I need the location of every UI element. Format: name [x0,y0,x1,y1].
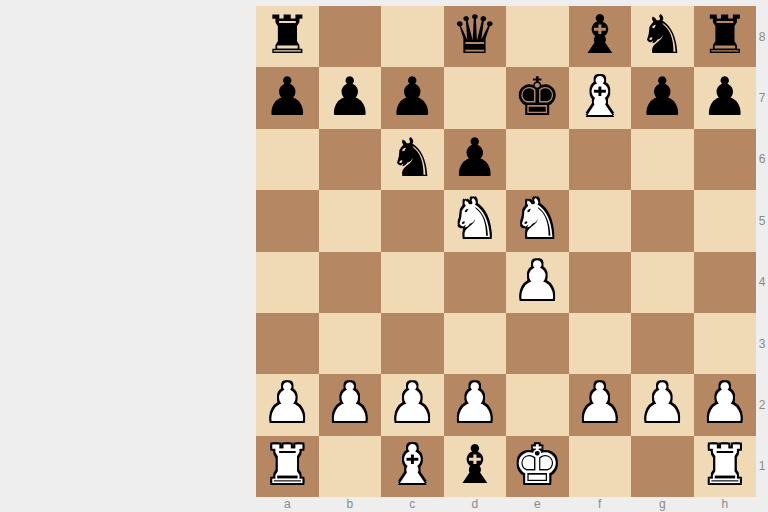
white-bishop[interactable]: ♝ [576,70,624,123]
square-f8[interactable]: ♝ [569,6,632,67]
rank-label-7: 7 [756,67,768,128]
square-f4[interactable] [569,252,632,313]
black-knight[interactable]: ♞ [388,131,436,184]
white-pawn[interactable]: ♟ [576,376,624,429]
square-h8[interactable]: ♜ [694,6,757,67]
square-g1[interactable] [631,436,694,497]
white-bishop[interactable]: ♝ [388,438,436,491]
white-pawn[interactable]: ♟ [513,254,561,307]
square-g6[interactable] [631,129,694,190]
square-c4[interactable] [381,252,444,313]
black-pawn[interactable]: ♟ [638,70,686,123]
rank-label-8: 8 [756,6,768,67]
black-pawn[interactable]: ♟ [263,70,311,123]
page-background: ♜♛♝♞♜♟♟♟♚♝♟♟♞♟♞♞♟♟♟♟♟♟♟♟♜♝♝♚♜ abcdefgh 8… [0,0,768,512]
rank-label-4: 4 [756,252,768,313]
square-f3[interactable] [569,313,632,374]
square-g8[interactable]: ♞ [631,6,694,67]
chess-board: ♜♛♝♞♜♟♟♟♚♝♟♟♞♟♞♞♟♟♟♟♟♟♟♟♜♝♝♚♜ [256,6,756,497]
square-h4[interactable] [694,252,757,313]
rank-label-5: 5 [756,190,768,251]
file-label-f: f [569,497,632,512]
square-d8[interactable]: ♛ [444,6,507,67]
square-f2[interactable]: ♟ [569,374,632,435]
square-h1[interactable]: ♜ [694,436,757,497]
square-b3[interactable] [319,313,382,374]
square-b5[interactable] [319,190,382,251]
square-c2[interactable]: ♟ [381,374,444,435]
square-a5[interactable] [256,190,319,251]
file-label-c: c [381,497,444,512]
black-pawn[interactable]: ♟ [701,70,749,123]
square-a6[interactable] [256,129,319,190]
square-f1[interactable] [569,436,632,497]
black-knight[interactable]: ♞ [638,8,686,61]
file-label-b: b [319,497,382,512]
square-h3[interactable] [694,313,757,374]
square-e3[interactable] [506,313,569,374]
white-rook[interactable]: ♜ [701,438,749,491]
white-pawn[interactable]: ♟ [451,376,499,429]
square-a8[interactable]: ♜ [256,6,319,67]
square-h5[interactable] [694,190,757,251]
rank-label-3: 3 [756,313,768,374]
square-d1[interactable]: ♝ [444,436,507,497]
square-b2[interactable]: ♟ [319,374,382,435]
square-d7[interactable] [444,67,507,128]
file-label-g: g [631,497,694,512]
black-rook[interactable]: ♜ [701,8,749,61]
square-g3[interactable] [631,313,694,374]
square-d4[interactable] [444,252,507,313]
square-c7[interactable]: ♟ [381,67,444,128]
rank-label-1: 1 [756,436,768,497]
file-label-d: d [444,497,507,512]
square-f5[interactable] [569,190,632,251]
square-b7[interactable]: ♟ [319,67,382,128]
square-e1[interactable]: ♚ [506,436,569,497]
square-g4[interactable] [631,252,694,313]
square-b6[interactable] [319,129,382,190]
square-c3[interactable] [381,313,444,374]
square-g2[interactable]: ♟ [631,374,694,435]
square-h6[interactable] [694,129,757,190]
square-b4[interactable] [319,252,382,313]
square-g7[interactable]: ♟ [631,67,694,128]
black-bishop[interactable]: ♝ [576,8,624,61]
square-e7[interactable]: ♚ [506,67,569,128]
square-c1[interactable]: ♝ [381,436,444,497]
square-d3[interactable] [444,313,507,374]
square-a3[interactable] [256,313,319,374]
white-knight[interactable]: ♞ [451,192,499,245]
square-e6[interactable] [506,129,569,190]
file-label-a: a [256,497,319,512]
square-b8[interactable] [319,6,382,67]
black-queen[interactable]: ♛ [451,8,499,61]
square-a1[interactable]: ♜ [256,436,319,497]
square-a7[interactable]: ♟ [256,67,319,128]
square-d6[interactable]: ♟ [444,129,507,190]
square-e4[interactable]: ♟ [506,252,569,313]
white-pawn[interactable]: ♟ [388,376,436,429]
rank-label-2: 2 [756,374,768,435]
file-labels: abcdefgh [256,497,756,512]
black-pawn[interactable]: ♟ [326,70,374,123]
rank-label-6: 6 [756,129,768,190]
white-pawn[interactable]: ♟ [263,376,311,429]
square-d5[interactable]: ♞ [444,190,507,251]
square-e5[interactable]: ♞ [506,190,569,251]
square-a4[interactable] [256,252,319,313]
square-c8[interactable] [381,6,444,67]
black-pawn[interactable]: ♟ [388,70,436,123]
black-bishop[interactable]: ♝ [451,438,499,491]
square-b1[interactable] [319,436,382,497]
square-d2[interactable]: ♟ [444,374,507,435]
square-h7[interactable]: ♟ [694,67,757,128]
square-e8[interactable] [506,6,569,67]
black-rook[interactable]: ♜ [263,8,311,61]
square-g5[interactable] [631,190,694,251]
white-king[interactable]: ♚ [513,438,561,491]
square-f7[interactable]: ♝ [569,67,632,128]
black-king[interactable]: ♚ [513,70,561,123]
white-pawn[interactable]: ♟ [638,376,686,429]
white-pawn[interactable]: ♟ [326,376,374,429]
white-knight[interactable]: ♞ [513,192,561,245]
file-label-h: h [694,497,757,512]
square-f6[interactable] [569,129,632,190]
square-a2[interactable]: ♟ [256,374,319,435]
square-h2[interactable]: ♟ [694,374,757,435]
white-pawn[interactable]: ♟ [701,376,749,429]
white-rook[interactable]: ♜ [263,438,311,491]
rank-labels: 87654321 [756,6,768,497]
square-c6[interactable]: ♞ [381,129,444,190]
square-e2[interactable] [506,374,569,435]
square-c5[interactable] [381,190,444,251]
black-pawn[interactable]: ♟ [451,131,499,184]
file-label-e: e [506,497,569,512]
